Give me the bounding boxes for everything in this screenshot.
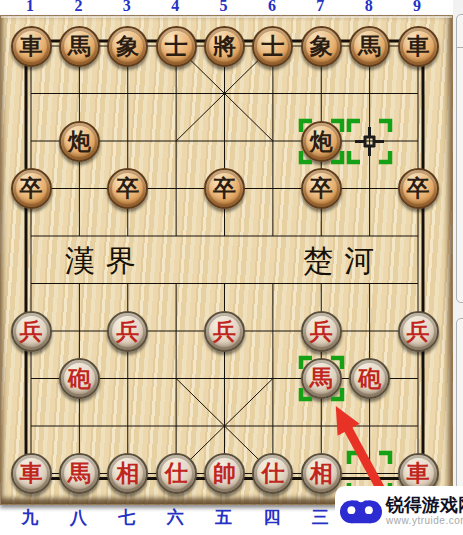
piece-black-cannon[interactable]: 炮 xyxy=(301,121,342,162)
file-label-top-3: 3 xyxy=(114,0,140,14)
piece-black-soldier[interactable]: 卒 xyxy=(398,168,439,209)
piece-red-chariot[interactable]: 車 xyxy=(11,453,52,494)
piece-red-horse[interactable]: 馬 xyxy=(59,453,100,494)
file-label-top-8: 8 xyxy=(356,0,382,14)
piece-black-chariot[interactable]: 車 xyxy=(11,26,52,67)
xiangqi-board[interactable]: 漢界 楚河 車馬象士將士象馬車炮炮卒卒卒卒卒兵兵兵兵兵砲馬砲車馬相仕帥仕相車 xyxy=(0,15,453,505)
file-label-bottom-6: 四 xyxy=(259,508,285,528)
piece-black-elephant[interactable]: 象 xyxy=(301,26,342,67)
file-label-bottom-5: 五 xyxy=(211,508,237,528)
piece-black-general[interactable]: 將 xyxy=(204,26,245,67)
side-panel-edge-top xyxy=(456,14,463,303)
piece-red-soldier[interactable]: 兵 xyxy=(107,311,148,352)
piece-red-advisor[interactable]: 仕 xyxy=(156,453,197,494)
piece-red-horse[interactable]: 馬 xyxy=(301,358,342,399)
file-label-top-7: 7 xyxy=(307,0,333,14)
watermark-site-name: 锐得游戏网 xyxy=(386,496,463,514)
piece-red-elephant[interactable]: 相 xyxy=(301,453,342,494)
piece-black-cannon[interactable]: 炮 xyxy=(59,121,100,162)
piece-black-soldier[interactable]: 卒 xyxy=(11,168,52,209)
file-label-bottom-7: 三 xyxy=(307,508,333,528)
file-label-top-5: 5 xyxy=(211,0,237,14)
piece-red-soldier[interactable]: 兵 xyxy=(398,311,439,352)
piece-red-elephant[interactable]: 相 xyxy=(107,453,148,494)
piece-red-soldier[interactable]: 兵 xyxy=(11,311,52,352)
piece-red-general[interactable]: 帥 xyxy=(204,453,245,494)
piece-black-horse[interactable]: 馬 xyxy=(59,26,100,67)
piece-black-advisor[interactable]: 士 xyxy=(156,26,197,67)
piece-red-soldier[interactable]: 兵 xyxy=(204,311,245,352)
xiangqi-app: 123456789 漢界 楚河 車馬象士將士象馬車炮炮卒卒卒卒卒兵兵兵兵兵砲馬砲… xyxy=(0,0,463,535)
piece-black-soldier[interactable]: 卒 xyxy=(204,168,245,209)
piece-black-chariot[interactable]: 車 xyxy=(398,26,439,67)
piece-red-soldier[interactable]: 兵 xyxy=(301,311,342,352)
side-panel-divider xyxy=(457,47,463,48)
gamepad-icon xyxy=(340,496,382,526)
piece-black-soldier[interactable]: 卒 xyxy=(107,168,148,209)
watermark: 锐得游戏网 www.ytruide.com xyxy=(335,486,463,535)
piece-black-advisor[interactable]: 士 xyxy=(252,26,293,67)
file-label-top-9: 9 xyxy=(404,0,430,14)
file-label-top-1: 1 xyxy=(17,0,43,14)
piece-red-cannon[interactable]: 砲 xyxy=(349,358,390,399)
file-label-top-6: 6 xyxy=(259,0,285,14)
piece-black-elephant[interactable]: 象 xyxy=(107,26,148,67)
file-label-bottom-4: 六 xyxy=(162,508,188,528)
file-label-bottom-2: 八 xyxy=(65,508,91,528)
watermark-url: www.ytruide.com xyxy=(386,516,463,526)
piece-black-horse[interactable]: 馬 xyxy=(349,26,390,67)
file-label-top-4: 4 xyxy=(162,0,188,14)
piece-red-cannon[interactable]: 砲 xyxy=(59,358,100,399)
piece-black-soldier[interactable]: 卒 xyxy=(301,168,342,209)
file-label-top-2: 2 xyxy=(65,0,91,14)
river-label-right: 楚河 xyxy=(289,243,399,279)
river-label-left: 漢界 xyxy=(51,243,161,279)
file-label-bottom-3: 七 xyxy=(114,508,140,528)
file-label-bottom-1: 九 xyxy=(17,508,43,528)
